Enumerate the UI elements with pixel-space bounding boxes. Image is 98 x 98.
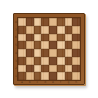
square-b4[interactable]: [26, 49, 34, 57]
square-g7[interactable]: [65, 26, 73, 34]
square-c7[interactable]: [34, 26, 42, 34]
rank-label-1: 1: [14, 72, 18, 80]
rank-label-7: 7: [14, 26, 18, 34]
square-d6[interactable]: [41, 34, 49, 42]
square-c6[interactable]: [34, 34, 42, 42]
square-c8[interactable]: [34, 18, 42, 26]
square-h2[interactable]: [72, 65, 80, 73]
square-g4[interactable]: [65, 49, 73, 57]
square-f4[interactable]: [57, 49, 65, 57]
square-g3[interactable]: [65, 57, 73, 65]
square-b1[interactable]: [26, 72, 34, 80]
file-labels: abcdefgh: [18, 80, 80, 84]
square-e1[interactable]: [49, 72, 57, 80]
rank-label-6: 6: [14, 34, 18, 42]
square-g8[interactable]: [65, 18, 73, 26]
square-a7[interactable]: [18, 26, 26, 34]
square-a1[interactable]: [18, 72, 26, 80]
playing-field: [18, 18, 80, 80]
square-a5[interactable]: [18, 41, 26, 49]
file-label-b: b: [26, 80, 34, 84]
square-d2[interactable]: [41, 65, 49, 73]
square-d4[interactable]: [41, 49, 49, 57]
file-label-a: a: [18, 80, 26, 84]
rank-labels: 87654321: [14, 18, 18, 80]
square-e3[interactable]: [49, 57, 57, 65]
rank-label-3: 3: [14, 57, 18, 65]
square-c3[interactable]: [34, 57, 42, 65]
square-f6[interactable]: [57, 34, 65, 42]
square-h5[interactable]: [72, 41, 80, 49]
rank-label-2: 2: [14, 65, 18, 73]
square-g1[interactable]: [65, 72, 73, 80]
square-a4[interactable]: [18, 49, 26, 57]
square-d7[interactable]: [41, 26, 49, 34]
square-a2[interactable]: [18, 65, 26, 73]
square-h3[interactable]: [72, 57, 80, 65]
square-b7[interactable]: [26, 26, 34, 34]
square-e8[interactable]: [49, 18, 57, 26]
square-h8[interactable]: [72, 18, 80, 26]
square-b2[interactable]: [26, 65, 34, 73]
square-h6[interactable]: [72, 34, 80, 42]
file-label-d: d: [41, 80, 49, 84]
square-b5[interactable]: [26, 41, 34, 49]
square-g6[interactable]: [65, 34, 73, 42]
file-label-g: g: [65, 80, 73, 84]
square-c4[interactable]: [34, 49, 42, 57]
rank-label-4: 4: [14, 49, 18, 57]
file-label-f: f: [57, 80, 65, 84]
file-label-e: e: [49, 80, 57, 84]
square-b6[interactable]: [26, 34, 34, 42]
square-h1[interactable]: [72, 72, 80, 80]
square-b3[interactable]: [26, 57, 34, 65]
square-c1[interactable]: [34, 72, 42, 80]
square-c5[interactable]: [34, 41, 42, 49]
square-f5[interactable]: [57, 41, 65, 49]
square-e2[interactable]: [49, 65, 57, 73]
square-a3[interactable]: [18, 57, 26, 65]
square-e4[interactable]: [49, 49, 57, 57]
file-label-h: h: [72, 80, 80, 84]
file-label-c: c: [34, 80, 42, 84]
rank-label-5: 5: [14, 41, 18, 49]
square-e5[interactable]: [49, 41, 57, 49]
square-h7[interactable]: [72, 26, 80, 34]
square-f3[interactable]: [57, 57, 65, 65]
square-f8[interactable]: [57, 18, 65, 26]
square-d8[interactable]: [41, 18, 49, 26]
square-g2[interactable]: [65, 65, 73, 73]
square-d1[interactable]: [41, 72, 49, 80]
square-f7[interactable]: [57, 26, 65, 34]
square-f1[interactable]: [57, 72, 65, 80]
square-g5[interactable]: [65, 41, 73, 49]
square-f2[interactable]: [57, 65, 65, 73]
square-b8[interactable]: [26, 18, 34, 26]
square-d3[interactable]: [41, 57, 49, 65]
square-e7[interactable]: [49, 26, 57, 34]
rank-label-8: 8: [14, 18, 18, 26]
square-a8[interactable]: [18, 18, 26, 26]
square-e6[interactable]: [49, 34, 57, 42]
square-a6[interactable]: [18, 34, 26, 42]
chessboard: abcdefgh 87654321: [13, 13, 85, 85]
square-h4[interactable]: [72, 49, 80, 57]
square-c2[interactable]: [34, 65, 42, 73]
square-d5[interactable]: [41, 41, 49, 49]
